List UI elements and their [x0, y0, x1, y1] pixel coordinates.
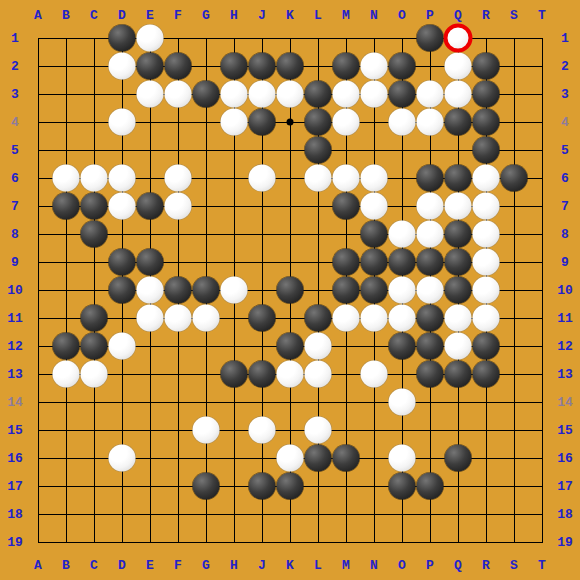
stone-white-f11[interactable]	[165, 305, 192, 332]
stone-white-l15[interactable]	[305, 417, 332, 444]
stone-white-e10[interactable]	[137, 277, 164, 304]
coord-right-8: 8	[561, 227, 569, 242]
stone-black-j2[interactable]	[249, 53, 276, 80]
stone-white-k16[interactable]	[277, 445, 304, 472]
coord-left-19: 19	[7, 535, 23, 550]
stone-black-r12[interactable]	[473, 333, 500, 360]
coord-right-18: 18	[557, 507, 573, 522]
stone-white-g15[interactable]	[193, 417, 220, 444]
stone-white-m6[interactable]	[333, 165, 360, 192]
stone-white-n2[interactable]	[361, 53, 388, 80]
coord-top-k: K	[286, 8, 294, 23]
stone-black-h2[interactable]	[221, 53, 248, 80]
stone-black-c11[interactable]	[81, 305, 108, 332]
stone-black-m7[interactable]	[333, 193, 360, 220]
stone-black-l11[interactable]	[305, 305, 332, 332]
stone-black-p17[interactable]	[417, 473, 444, 500]
stone-white-l12[interactable]	[305, 333, 332, 360]
coord-top-n: N	[370, 8, 378, 23]
stone-black-g3[interactable]	[193, 81, 220, 108]
stone-black-q6[interactable]	[445, 165, 472, 192]
stone-white-e3[interactable]	[137, 81, 164, 108]
stone-black-l4[interactable]	[305, 109, 332, 136]
coord-top-l: L	[314, 8, 322, 23]
stone-white-q12[interactable]	[445, 333, 472, 360]
stone-white-n7[interactable]	[361, 193, 388, 220]
coord-left-13: 13	[7, 367, 23, 382]
stone-white-f3[interactable]	[165, 81, 192, 108]
stone-white-q7[interactable]	[445, 193, 472, 220]
stone-white-r9[interactable]	[473, 249, 500, 276]
stone-white-n13[interactable]	[361, 361, 388, 388]
stone-black-r13[interactable]	[473, 361, 500, 388]
coord-left-15: 15	[7, 423, 23, 438]
go-board-app: ABCDEFGHJKLMNOPQRSTABCDEFGHJKLMNOPQRST12…	[0, 0, 580, 580]
coord-top-o: O	[398, 8, 406, 23]
coord-bottom-e: E	[146, 558, 154, 573]
stone-black-e2[interactable]	[137, 53, 164, 80]
coord-bottom-t: T	[538, 558, 546, 573]
coord-right-19: 19	[557, 535, 573, 550]
coord-right-16: 16	[557, 451, 573, 466]
coord-bottom-n: N	[370, 558, 378, 573]
stone-black-j17[interactable]	[249, 473, 276, 500]
stone-black-q4[interactable]	[445, 109, 472, 136]
coord-left-9: 9	[11, 255, 19, 270]
stone-black-h13[interactable]	[221, 361, 248, 388]
stone-black-p11[interactable]	[417, 305, 444, 332]
coord-bottom-h: H	[230, 558, 238, 573]
stone-white-d2[interactable]	[109, 53, 136, 80]
stone-white-p10[interactable]	[417, 277, 444, 304]
stone-white-r6[interactable]	[473, 165, 500, 192]
stone-black-s6[interactable]	[501, 165, 528, 192]
stone-black-e9[interactable]	[137, 249, 164, 276]
stone-black-q9[interactable]	[445, 249, 472, 276]
coord-left-17: 17	[7, 479, 23, 494]
coord-bottom-a: A	[34, 558, 42, 573]
coord-right-7: 7	[561, 199, 569, 214]
stone-white-c13[interactable]	[81, 361, 108, 388]
coord-left-2: 2	[11, 59, 19, 74]
coord-top-q: Q	[454, 8, 462, 23]
stone-black-p9[interactable]	[417, 249, 444, 276]
stone-black-q8[interactable]	[445, 221, 472, 248]
stone-white-q2[interactable]	[445, 53, 472, 80]
coord-top-r: R	[482, 8, 490, 23]
stone-white-d6[interactable]	[109, 165, 136, 192]
coord-top-d: D	[118, 8, 126, 23]
stone-white-d7[interactable]	[109, 193, 136, 220]
coord-left-11: 11	[7, 311, 23, 326]
coord-top-p: P	[426, 8, 434, 23]
stone-black-r2[interactable]	[473, 53, 500, 80]
coord-right-2: 2	[561, 59, 569, 74]
stone-white-q11[interactable]	[445, 305, 472, 332]
coord-right-5: 5	[561, 143, 569, 158]
stone-white-o4[interactable]	[389, 109, 416, 136]
stone-white-m3[interactable]	[333, 81, 360, 108]
coord-left-8: 8	[11, 227, 19, 242]
coord-top-e: E	[146, 8, 154, 23]
coord-right-4: 4	[561, 115, 569, 130]
stone-white-r8[interactable]	[473, 221, 500, 248]
stone-white-r7[interactable]	[473, 193, 500, 220]
stone-black-p12[interactable]	[417, 333, 444, 360]
stone-black-p13[interactable]	[417, 361, 444, 388]
coord-bottom-b: B	[62, 558, 70, 573]
go-board[interactable]: ABCDEFGHJKLMNOPQRSTABCDEFGHJKLMNOPQRST12…	[0, 0, 580, 580]
coord-top-s: S	[510, 8, 518, 23]
stone-black-k12[interactable]	[277, 333, 304, 360]
stone-black-o9[interactable]	[389, 249, 416, 276]
stone-black-c7[interactable]	[81, 193, 108, 220]
stone-white-p3[interactable]	[417, 81, 444, 108]
stone-white-h3[interactable]	[221, 81, 248, 108]
stone-white-r11[interactable]	[473, 305, 500, 332]
star-point-k4	[287, 119, 294, 126]
stone-white-l13[interactable]	[305, 361, 332, 388]
coord-right-12: 12	[557, 339, 573, 354]
stone-white-m4[interactable]	[333, 109, 360, 136]
stone-white-p8[interactable]	[417, 221, 444, 248]
coord-left-5: 5	[11, 143, 19, 158]
coord-left-10: 10	[7, 283, 23, 298]
stone-black-m9[interactable]	[333, 249, 360, 276]
stone-white-n6[interactable]	[361, 165, 388, 192]
coord-bottom-j: J	[258, 558, 266, 573]
stone-white-h10[interactable]	[221, 277, 248, 304]
stone-black-l3[interactable]	[305, 81, 332, 108]
coord-left-18: 18	[7, 507, 23, 522]
stone-white-f7[interactable]	[165, 193, 192, 220]
coord-left-7: 7	[11, 199, 19, 214]
stone-white-k3[interactable]	[277, 81, 304, 108]
coord-left-3: 3	[11, 87, 19, 102]
coord-bottom-q: Q	[454, 558, 462, 573]
stone-white-p4[interactable]	[417, 109, 444, 136]
stone-white-p7[interactable]	[417, 193, 444, 220]
coord-bottom-d: D	[118, 558, 126, 573]
coord-left-12: 12	[7, 339, 23, 354]
stone-black-o17[interactable]	[389, 473, 416, 500]
stone-black-n8[interactable]	[361, 221, 388, 248]
coord-bottom-p: P	[426, 558, 434, 573]
stone-white-d16[interactable]	[109, 445, 136, 472]
stone-black-o2[interactable]	[389, 53, 416, 80]
stone-white-q3[interactable]	[445, 81, 472, 108]
stone-black-l16[interactable]	[305, 445, 332, 472]
coord-top-j: J	[258, 8, 266, 23]
stone-white-o16[interactable]	[389, 445, 416, 472]
coord-right-14: 14	[557, 395, 573, 410]
stone-black-f2[interactable]	[165, 53, 192, 80]
stone-black-c12[interactable]	[81, 333, 108, 360]
coord-right-11: 11	[557, 311, 573, 326]
stone-black-j11[interactable]	[249, 305, 276, 332]
coord-left-4: 4	[11, 115, 19, 130]
stone-black-k2[interactable]	[277, 53, 304, 80]
coord-right-15: 15	[557, 423, 573, 438]
stone-black-p6[interactable]	[417, 165, 444, 192]
stone-white-f6[interactable]	[165, 165, 192, 192]
stone-black-r5[interactable]	[473, 137, 500, 164]
coord-top-g: G	[202, 8, 210, 23]
stone-black-j13[interactable]	[249, 361, 276, 388]
stone-black-d10[interactable]	[109, 277, 136, 304]
coord-right-17: 17	[557, 479, 573, 494]
stone-white-e1[interactable]	[137, 25, 164, 52]
coord-bottom-k: K	[286, 558, 294, 573]
stone-black-g10[interactable]	[193, 277, 220, 304]
stone-white-m11[interactable]	[333, 305, 360, 332]
stone-black-m10[interactable]	[333, 277, 360, 304]
stone-black-o3[interactable]	[389, 81, 416, 108]
stone-black-l5[interactable]	[305, 137, 332, 164]
coord-bottom-s: S	[510, 558, 518, 573]
stone-black-f10[interactable]	[165, 277, 192, 304]
coord-left-1: 1	[11, 31, 19, 46]
coord-top-f: F	[174, 8, 182, 23]
stone-black-m2[interactable]	[333, 53, 360, 80]
stone-white-e11[interactable]	[137, 305, 164, 332]
coord-top-t: T	[538, 8, 546, 23]
coord-bottom-g: G	[202, 558, 210, 573]
stone-black-m16[interactable]	[333, 445, 360, 472]
stone-black-d9[interactable]	[109, 249, 136, 276]
coord-right-13: 13	[557, 367, 573, 382]
stone-white-j15[interactable]	[249, 417, 276, 444]
stone-white-k13[interactable]	[277, 361, 304, 388]
coord-top-a: A	[34, 8, 42, 23]
stone-black-o12[interactable]	[389, 333, 416, 360]
stone-white-n3[interactable]	[361, 81, 388, 108]
coord-bottom-f: F	[174, 558, 182, 573]
coord-left-14: 14	[7, 395, 23, 410]
coord-right-6: 6	[561, 171, 569, 186]
stone-black-d1[interactable]	[109, 25, 136, 52]
coord-top-m: M	[342, 8, 350, 23]
stone-white-j6[interactable]	[249, 165, 276, 192]
stone-black-r3[interactable]	[473, 81, 500, 108]
stone-black-n9[interactable]	[361, 249, 388, 276]
stone-white-h4[interactable]	[221, 109, 248, 136]
stone-white-j3[interactable]	[249, 81, 276, 108]
stone-black-c8[interactable]	[81, 221, 108, 248]
stone-white-d12[interactable]	[109, 333, 136, 360]
stone-white-b13[interactable]	[53, 361, 80, 388]
coord-right-10: 10	[557, 283, 573, 298]
stone-white-d4[interactable]	[109, 109, 136, 136]
coord-bottom-c: C	[90, 558, 98, 573]
stone-black-k10[interactable]	[277, 277, 304, 304]
coord-bottom-o: O	[398, 558, 406, 573]
stone-white-n11[interactable]	[361, 305, 388, 332]
stone-black-q16[interactable]	[445, 445, 472, 472]
stone-white-g11[interactable]	[193, 305, 220, 332]
coord-left-6: 6	[11, 171, 19, 186]
stone-white-o10[interactable]	[389, 277, 416, 304]
stone-white-c6[interactable]	[81, 165, 108, 192]
stone-black-n10[interactable]	[361, 277, 388, 304]
stone-black-g17[interactable]	[193, 473, 220, 500]
stone-white-o8[interactable]	[389, 221, 416, 248]
stone-white-r10[interactable]	[473, 277, 500, 304]
coord-top-h: H	[230, 8, 238, 23]
coord-top-c: C	[90, 8, 98, 23]
stone-black-p1[interactable]	[417, 25, 444, 52]
stone-white-q1[interactable]	[445, 25, 472, 52]
stone-white-o11[interactable]	[389, 305, 416, 332]
coord-bottom-m: M	[342, 558, 350, 573]
stone-white-l6[interactable]	[305, 165, 332, 192]
coord-right-1: 1	[561, 31, 569, 46]
coord-right-9: 9	[561, 255, 569, 270]
stone-black-b7[interactable]	[53, 193, 80, 220]
stone-black-r4[interactable]	[473, 109, 500, 136]
stone-black-j4[interactable]	[249, 109, 276, 136]
stone-black-q13[interactable]	[445, 361, 472, 388]
coord-left-16: 16	[7, 451, 23, 466]
stone-black-q10[interactable]	[445, 277, 472, 304]
coord-right-3: 3	[561, 87, 569, 102]
coord-top-b: B	[62, 8, 70, 23]
stone-black-b12[interactable]	[53, 333, 80, 360]
stone-black-k17[interactable]	[277, 473, 304, 500]
coord-bottom-r: R	[482, 558, 490, 573]
stone-black-e7[interactable]	[137, 193, 164, 220]
stone-white-o14[interactable]	[389, 389, 416, 416]
stone-white-b6[interactable]	[53, 165, 80, 192]
coord-bottom-l: L	[314, 558, 322, 573]
